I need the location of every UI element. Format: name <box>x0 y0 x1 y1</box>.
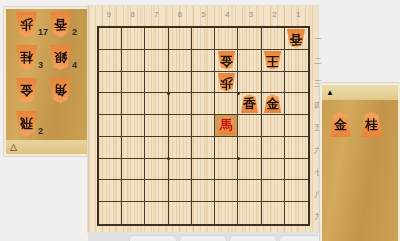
square-4六[interactable] <box>215 137 238 159</box>
square-4七[interactable] <box>215 159 238 181</box>
square-9一[interactable] <box>99 28 122 50</box>
square-3七[interactable] <box>238 159 261 181</box>
square-6四[interactable] <box>169 93 192 115</box>
sente-hand-stand: ▲ 金桂 <box>320 83 400 241</box>
square-9七[interactable] <box>99 159 122 181</box>
square-6六[interactable] <box>169 137 192 159</box>
square-7五[interactable] <box>145 115 168 137</box>
piece-gote-歩-4三[interactable]: 歩 <box>217 73 236 92</box>
square-1一[interactable]: 香 <box>285 28 308 50</box>
file-label-6: 6 <box>168 10 192 22</box>
square-6一[interactable] <box>169 28 192 50</box>
square-8九[interactable] <box>122 202 145 224</box>
piece-sente-馬-4五[interactable]: 馬 <box>217 116 236 135</box>
square-2七[interactable] <box>262 159 285 181</box>
toolbar-button[interactable] <box>180 236 226 241</box>
hand-piece-gote-桂[interactable]: 桂 <box>15 45 38 70</box>
square-1九[interactable] <box>285 202 308 224</box>
square-1七[interactable] <box>285 159 308 181</box>
square-7六[interactable] <box>145 137 168 159</box>
file-label-2: 2 <box>263 10 287 22</box>
square-2二[interactable]: 王 <box>262 50 285 72</box>
square-9二[interactable] <box>99 50 122 72</box>
piece-sente-金-2四[interactable]: 金 <box>263 94 282 113</box>
file-labels: 987654321 <box>97 10 310 22</box>
square-1二[interactable] <box>285 50 308 72</box>
square-2九[interactable] <box>262 202 285 224</box>
file-label-3: 3 <box>239 10 263 22</box>
square-8五[interactable] <box>122 115 145 137</box>
square-1五[interactable] <box>285 115 308 137</box>
square-3九[interactable] <box>238 202 261 224</box>
square-2六[interactable] <box>262 137 285 159</box>
square-9三[interactable] <box>99 72 122 94</box>
board-panel: 987654321 一二三四五六七八九 香金王歩香金馬 <box>88 6 318 232</box>
gote-hand-stand: 歩17香2桂3銀4金角飛2 △ <box>4 7 92 156</box>
board-grid: 香金王歩香金馬 <box>97 26 310 226</box>
square-7九[interactable] <box>145 202 168 224</box>
square-6三[interactable] <box>169 72 192 94</box>
hand-count-gote-銀: 4 <box>72 60 77 70</box>
square-9九[interactable] <box>99 202 122 224</box>
square-1八[interactable] <box>285 180 308 202</box>
star-point <box>167 92 170 95</box>
square-6七[interactable] <box>169 159 192 181</box>
hand-piece-gote-香[interactable]: 香 <box>49 12 72 37</box>
square-3二[interactable] <box>238 50 261 72</box>
square-8四[interactable] <box>122 93 145 115</box>
hand-count-gote-桂: 3 <box>38 60 43 70</box>
square-1四[interactable] <box>285 93 308 115</box>
toolbar-button[interactable] <box>130 236 176 241</box>
square-4九[interactable] <box>215 202 238 224</box>
star-point <box>237 157 240 160</box>
toolbar-button[interactable] <box>230 236 276 241</box>
piece-gote-金-4二[interactable]: 金 <box>217 51 236 70</box>
square-5六[interactable] <box>192 137 215 159</box>
square-8七[interactable] <box>122 159 145 181</box>
file-label-1: 1 <box>286 10 310 22</box>
piece-gote-王-2二[interactable]: 王 <box>263 51 282 70</box>
square-6二[interactable] <box>169 50 192 72</box>
square-4四[interactable] <box>215 93 238 115</box>
square-5四[interactable] <box>192 93 215 115</box>
square-9八[interactable] <box>99 180 122 202</box>
square-3八[interactable] <box>238 180 261 202</box>
square-7一[interactable] <box>145 28 168 50</box>
square-7四[interactable] <box>145 93 168 115</box>
square-3六[interactable] <box>238 137 261 159</box>
hand-piece-sente-金[interactable]: 金 <box>329 112 352 137</box>
file-label-7: 7 <box>144 10 168 22</box>
hand-count-gote-歩: 17 <box>38 27 48 37</box>
file-label-4: 4 <box>215 10 239 22</box>
square-5八[interactable] <box>192 180 215 202</box>
hand-piece-gote-飛[interactable]: 飛 <box>15 111 38 136</box>
gote-hand-pieces: 歩17香2桂3銀4金角飛2 <box>6 9 90 154</box>
square-7八[interactable] <box>145 180 168 202</box>
square-5五[interactable] <box>192 115 215 137</box>
file-label-5: 5 <box>192 10 216 22</box>
rank-label-一: 一 <box>312 28 324 50</box>
rank-label-二: 二 <box>312 50 324 72</box>
square-5三[interactable] <box>192 72 215 94</box>
hand-piece-gote-角[interactable]: 角 <box>49 78 72 103</box>
square-9六[interactable] <box>99 137 122 159</box>
star-point <box>167 157 170 160</box>
square-4五[interactable]: 馬 <box>215 115 238 137</box>
square-3一[interactable] <box>238 28 261 50</box>
square-4二[interactable]: 金 <box>215 50 238 72</box>
square-3三[interactable] <box>238 72 261 94</box>
bottom-toolbar <box>88 232 318 241</box>
hand-count-gote-香: 2 <box>72 27 77 37</box>
square-8一[interactable] <box>122 28 145 50</box>
square-6九[interactable] <box>169 202 192 224</box>
hand-piece-gote-銀[interactable]: 銀 <box>49 45 72 70</box>
square-6八[interactable] <box>169 180 192 202</box>
gote-stand-strip: △ <box>6 140 90 154</box>
sente-hand-pieces: 金桂 <box>322 85 398 241</box>
square-6五[interactable] <box>169 115 192 137</box>
square-2三[interactable] <box>262 72 285 94</box>
square-1六[interactable] <box>285 137 308 159</box>
hand-piece-gote-歩[interactable]: 歩 <box>15 12 38 37</box>
square-4八[interactable] <box>215 180 238 202</box>
square-8三[interactable] <box>122 72 145 94</box>
square-8六[interactable] <box>122 137 145 159</box>
piece-sente-香-3四[interactable]: 香 <box>240 94 259 113</box>
square-3四[interactable]: 香 <box>238 93 261 115</box>
square-2一[interactable] <box>262 28 285 50</box>
toolbar-button[interactable] <box>280 236 318 241</box>
square-5二[interactable] <box>192 50 215 72</box>
hand-piece-gote-金[interactable]: 金 <box>15 78 38 103</box>
square-8二[interactable] <box>122 50 145 72</box>
square-4三[interactable]: 歩 <box>215 72 238 94</box>
square-5七[interactable] <box>192 159 215 181</box>
square-7二[interactable] <box>145 50 168 72</box>
square-9五[interactable] <box>99 115 122 137</box>
square-2四[interactable]: 金 <box>262 93 285 115</box>
file-label-9: 9 <box>97 10 121 22</box>
gote-marker-icon: △ <box>10 140 17 154</box>
hand-piece-sente-桂[interactable]: 桂 <box>360 112 383 137</box>
square-7三[interactable] <box>145 72 168 94</box>
square-2八[interactable] <box>262 180 285 202</box>
piece-gote-香-1一[interactable]: 香 <box>286 29 306 48</box>
square-4一[interactable] <box>215 28 238 50</box>
square-1三[interactable] <box>285 72 308 94</box>
hand-count-gote-飛: 2 <box>38 126 43 136</box>
square-3五[interactable] <box>238 115 261 137</box>
star-point <box>237 92 240 95</box>
file-label-8: 8 <box>121 10 145 22</box>
square-5九[interactable] <box>192 202 215 224</box>
square-7七[interactable] <box>145 159 168 181</box>
square-2五[interactable] <box>262 115 285 137</box>
square-8八[interactable] <box>122 180 145 202</box>
square-9四[interactable] <box>99 93 122 115</box>
square-5一[interactable] <box>192 28 215 50</box>
